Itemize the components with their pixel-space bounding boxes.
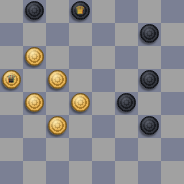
square-0-0 (0, 0, 23, 23)
square-5-5 (115, 115, 138, 138)
square-7-2[interactable] (46, 161, 69, 184)
square-1-7 (161, 23, 184, 46)
square-0-3[interactable]: ♛ (69, 0, 92, 23)
square-5-4[interactable] (92, 115, 115, 138)
square-7-1 (23, 161, 46, 184)
square-3-3 (69, 69, 92, 92)
square-4-4 (92, 92, 115, 115)
square-3-5 (115, 69, 138, 92)
square-5-3 (69, 115, 92, 138)
square-4-5[interactable] (115, 92, 138, 115)
gold-man[interactable] (71, 93, 90, 112)
square-6-7[interactable] (161, 138, 184, 161)
square-2-1[interactable] (23, 46, 46, 69)
square-0-7[interactable] (161, 0, 184, 23)
square-5-0[interactable] (0, 115, 23, 138)
square-3-2[interactable] (46, 69, 69, 92)
square-0-2 (46, 0, 69, 23)
square-3-6[interactable] (138, 69, 161, 92)
square-2-2 (46, 46, 69, 69)
square-1-5 (115, 23, 138, 46)
square-6-5[interactable] (115, 138, 138, 161)
black-man[interactable] (140, 116, 159, 135)
square-6-4 (92, 138, 115, 161)
checkers-board: ♛♛ (0, 0, 184, 184)
square-4-0 (0, 92, 23, 115)
square-1-1 (23, 23, 46, 46)
square-1-4[interactable] (92, 23, 115, 46)
square-6-3[interactable] (69, 138, 92, 161)
square-1-0[interactable] (0, 23, 23, 46)
square-2-7[interactable] (161, 46, 184, 69)
square-5-6[interactable] (138, 115, 161, 138)
square-4-6 (138, 92, 161, 115)
square-7-7 (161, 161, 184, 184)
gold-man[interactable] (25, 47, 44, 66)
black-man[interactable] (25, 1, 44, 20)
square-0-5[interactable] (115, 0, 138, 23)
square-1-2[interactable] (46, 23, 69, 46)
gold-man[interactable] (48, 70, 67, 89)
square-3-4[interactable] (92, 69, 115, 92)
square-6-1[interactable] (23, 138, 46, 161)
square-0-4 (92, 0, 115, 23)
square-4-1[interactable] (23, 92, 46, 115)
square-2-3[interactable] (69, 46, 92, 69)
square-7-6[interactable] (138, 161, 161, 184)
square-6-0 (0, 138, 23, 161)
gold-man[interactable] (48, 116, 67, 135)
black-king[interactable]: ♛ (71, 1, 90, 20)
square-4-7[interactable] (161, 92, 184, 115)
square-5-1 (23, 115, 46, 138)
black-man[interactable] (140, 70, 159, 89)
square-4-3[interactable] (69, 92, 92, 115)
square-2-4 (92, 46, 115, 69)
black-man[interactable] (117, 93, 136, 112)
square-7-5 (115, 161, 138, 184)
gold-king[interactable]: ♛ (2, 70, 21, 89)
square-0-1[interactable] (23, 0, 46, 23)
square-1-3 (69, 23, 92, 46)
square-0-6 (138, 0, 161, 23)
square-2-0 (0, 46, 23, 69)
square-7-4[interactable] (92, 161, 115, 184)
gold-man[interactable] (25, 93, 44, 112)
square-3-0[interactable]: ♛ (0, 69, 23, 92)
square-5-7 (161, 115, 184, 138)
square-6-6 (138, 138, 161, 161)
black-man[interactable] (140, 24, 159, 43)
square-2-5[interactable] (115, 46, 138, 69)
square-5-2[interactable] (46, 115, 69, 138)
square-7-0[interactable] (0, 161, 23, 184)
square-1-6[interactable] (138, 23, 161, 46)
square-7-3 (69, 161, 92, 184)
square-2-6 (138, 46, 161, 69)
crown-icon: ♛ (6, 74, 16, 85)
square-3-7 (161, 69, 184, 92)
square-4-2 (46, 92, 69, 115)
crown-icon: ♛ (75, 5, 85, 16)
square-3-1 (23, 69, 46, 92)
square-6-2 (46, 138, 69, 161)
